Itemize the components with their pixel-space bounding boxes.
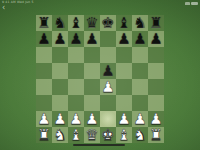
square-f4[interactable] [116,79,132,95]
piece-white-pawn: ♟ [100,79,116,95]
square-c5[interactable] [68,63,84,79]
square-g4[interactable] [132,79,148,95]
square-b7[interactable]: ♟ [52,31,68,47]
square-f2[interactable]: ♟ [116,111,132,127]
piece-white-queen: ♛ [84,127,100,143]
piece-white-bishop: ♝ [116,127,132,143]
square-a8[interactable]: ♜ [36,15,52,31]
square-a1[interactable]: ♜ [36,127,52,143]
piece-white-pawn: ♟ [36,111,52,127]
square-c1[interactable]: ♝ [68,127,84,143]
piece-white-pawn: ♟ [148,111,164,127]
square-d6[interactable] [84,47,100,63]
piece-white-pawn: ♟ [132,111,148,127]
square-b8[interactable]: ♞ [52,15,68,31]
square-f5[interactable] [116,63,132,79]
square-h3[interactable] [148,95,164,111]
piece-white-pawn: ♟ [116,111,132,127]
square-d8[interactable]: ♛ [84,15,100,31]
square-d5[interactable] [84,63,100,79]
piece-white-king: ♚ [100,127,116,143]
square-g1[interactable]: ♞ [132,127,148,143]
square-b6[interactable] [52,47,68,63]
square-h2[interactable]: ♟ [148,111,164,127]
square-h8[interactable]: ♜ [148,15,164,31]
square-g5[interactable] [132,63,148,79]
square-d1[interactable]: ♛ [84,127,100,143]
square-d3[interactable] [84,95,100,111]
square-h6[interactable] [148,47,164,63]
square-f7[interactable]: ♟ [116,31,132,47]
piece-black-pawn: ♟ [68,31,84,47]
square-c3[interactable] [68,95,84,111]
square-f6[interactable] [116,47,132,63]
piece-black-pawn: ♟ [100,63,116,79]
piece-black-knight: ♞ [132,15,148,31]
square-e6[interactable] [100,47,116,63]
wifi-icon [185,2,190,5]
square-g8[interactable]: ♞ [132,15,148,31]
square-b3[interactable] [52,95,68,111]
back-button[interactable]: ‹ [2,4,5,12]
piece-black-queen: ♛ [84,15,100,31]
piece-white-pawn: ♟ [84,111,100,127]
square-a3[interactable] [36,95,52,111]
square-e2[interactable] [100,111,116,127]
square-g3[interactable] [132,95,148,111]
piece-black-pawn: ♟ [84,31,100,47]
square-h5[interactable] [148,63,164,79]
square-f1[interactable]: ♝ [116,127,132,143]
square-g6[interactable] [132,47,148,63]
square-b2[interactable]: ♟ [52,111,68,127]
square-e8[interactable]: ♚ [100,15,116,31]
status-icons [185,2,199,5]
square-d2[interactable]: ♟ [84,111,100,127]
piece-black-bishop: ♝ [68,15,84,31]
chess-board: ♜♞♝♛♚♝♞♜♟♟♟♟♟♟♟♟♟♟♟♟♟♟♟♟♜♞♝♛♚♝♞♜ [36,15,164,143]
square-c7[interactable]: ♟ [68,31,84,47]
square-b5[interactable] [52,63,68,79]
piece-white-pawn: ♟ [52,111,68,127]
square-e5[interactable]: ♟ [100,63,116,79]
square-e4[interactable]: ♟ [100,79,116,95]
piece-black-knight: ♞ [52,15,68,31]
square-a2[interactable]: ♟ [36,111,52,127]
square-e1[interactable]: ♚ [100,127,116,143]
piece-black-pawn: ♟ [132,31,148,47]
piece-black-king: ♚ [100,15,116,31]
square-e7[interactable] [100,31,116,47]
app-screen: 9:41 AM Wed Jun 5 ‹ ♜♞♝♛♚♝♞♜♟♟♟♟♟♟♟♟♟♟♟♟… [0,0,200,150]
square-h4[interactable] [148,79,164,95]
square-a5[interactable] [36,63,52,79]
piece-white-pawn: ♟ [68,111,84,127]
piece-black-rook: ♜ [148,15,164,31]
square-e3[interactable] [100,95,116,111]
square-c4[interactable] [68,79,84,95]
piece-black-pawn: ♟ [36,31,52,47]
piece-white-bishop: ♝ [68,127,84,143]
piece-white-rook: ♜ [148,127,164,143]
square-b1[interactable]: ♞ [52,127,68,143]
square-c8[interactable]: ♝ [68,15,84,31]
piece-black-pawn: ♟ [116,31,132,47]
home-indicator[interactable] [73,144,125,146]
piece-black-rook: ♜ [36,15,52,31]
square-h7[interactable]: ♟ [148,31,164,47]
square-g2[interactable]: ♟ [132,111,148,127]
square-c2[interactable]: ♟ [68,111,84,127]
piece-black-pawn: ♟ [52,31,68,47]
square-d7[interactable]: ♟ [84,31,100,47]
piece-white-knight: ♞ [52,127,68,143]
square-f3[interactable] [116,95,132,111]
battery-icon [191,2,198,5]
piece-white-rook: ♜ [36,127,52,143]
square-g7[interactable]: ♟ [132,31,148,47]
piece-black-pawn: ♟ [148,31,164,47]
square-h1[interactable]: ♜ [148,127,164,143]
piece-black-bishop: ♝ [116,15,132,31]
square-a6[interactable] [36,47,52,63]
square-b4[interactable] [52,79,68,95]
piece-white-knight: ♞ [132,127,148,143]
square-d4[interactable] [84,79,100,95]
square-a4[interactable] [36,79,52,95]
square-a7[interactable]: ♟ [36,31,52,47]
square-f8[interactable]: ♝ [116,15,132,31]
square-c6[interactable] [68,47,84,63]
status-bar-text: 9:41 AM Wed Jun 5 [2,1,34,4]
